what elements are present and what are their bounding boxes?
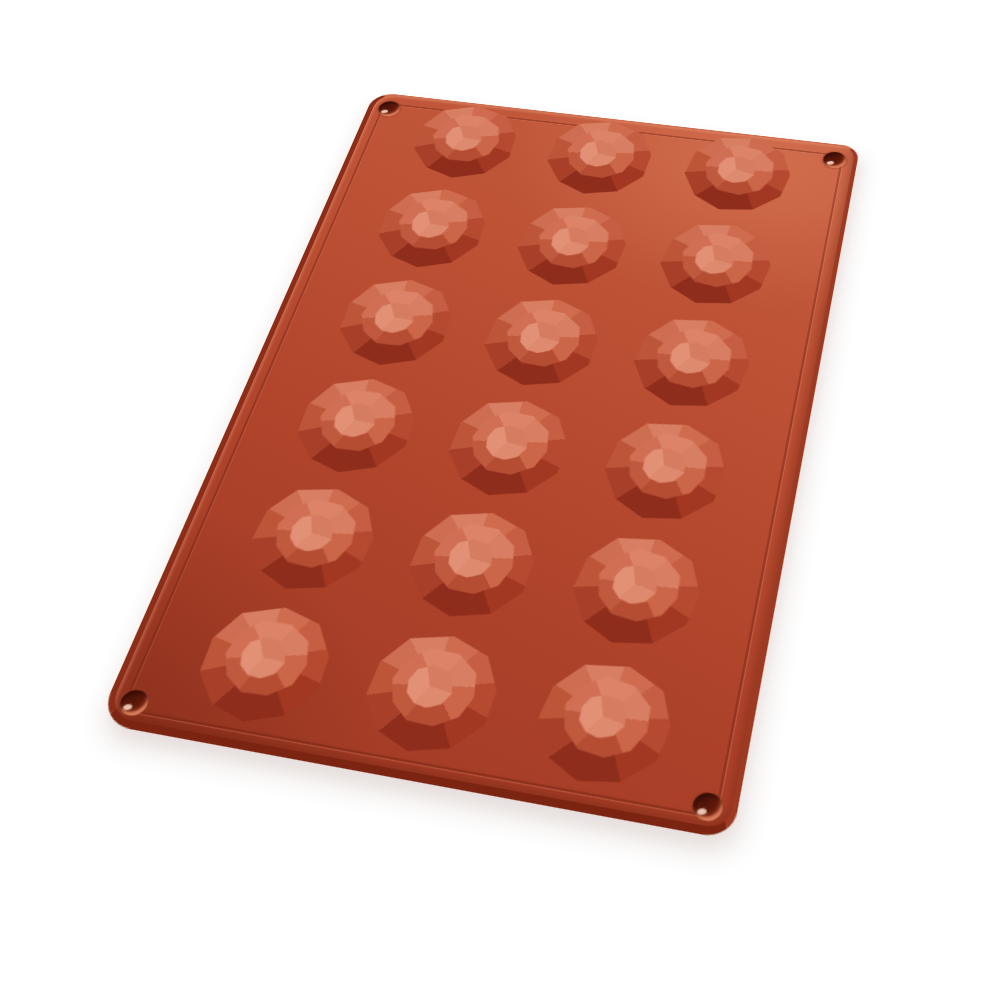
gem-cavity xyxy=(348,624,513,764)
gem-cavity xyxy=(646,213,785,315)
gem-cavity xyxy=(671,128,803,221)
gem-cavity xyxy=(554,523,716,661)
gem-cavity xyxy=(588,410,741,534)
gem-cavity xyxy=(618,307,764,419)
gem-cavity xyxy=(328,276,462,370)
gem-cavity xyxy=(517,648,689,802)
gem-cavity xyxy=(183,601,343,728)
gem-cavity xyxy=(504,198,639,294)
gem-cavity xyxy=(536,115,662,200)
gem-cavity xyxy=(284,374,426,477)
gem-cavity xyxy=(404,103,525,181)
gem-cavity xyxy=(393,502,548,628)
gem-cavity xyxy=(232,477,392,602)
gem-cavity xyxy=(368,186,495,271)
gem-cavity xyxy=(471,291,610,394)
silicone-gem-mold xyxy=(97,92,860,840)
gem-cavity xyxy=(434,392,581,505)
photo-stage xyxy=(0,0,998,998)
cavity-grid xyxy=(97,92,860,840)
